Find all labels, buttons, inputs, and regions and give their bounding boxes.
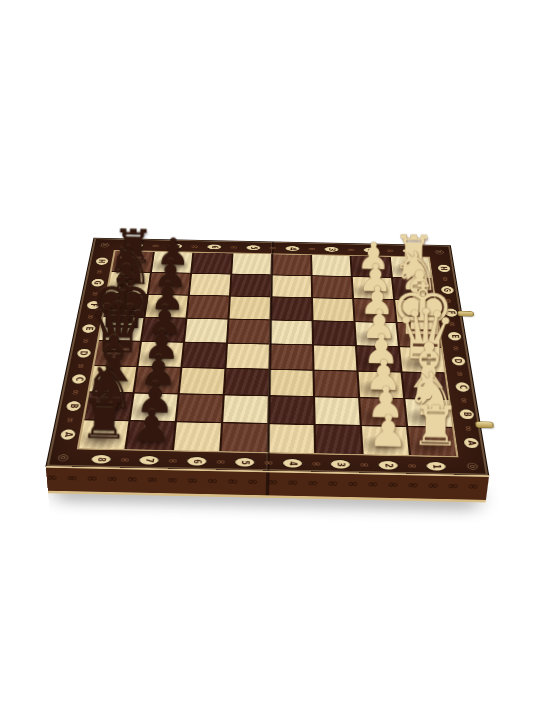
rank-label-back-3: 3 [324, 246, 340, 252]
scroll-ornament-icon: ∞ [308, 246, 316, 251]
rank-label-back-6: 6 [206, 244, 222, 250]
scroll-ornament-icon: ∞ [151, 243, 160, 248]
file-label-left-g: G [89, 278, 105, 287]
scroll-ornament-icon: ∞ [347, 247, 356, 252]
scroll-ornament-icon: ∞ [94, 269, 105, 274]
square-e6 [185, 319, 227, 343]
rank-label-front-5: 5 [234, 457, 256, 467]
piece-white-rook: ♜ [410, 398, 460, 454]
square-h5 [232, 254, 271, 275]
rank-label-back-2: 2 [363, 247, 379, 253]
chess-set: ◎ ◎ ◎ ◎ ♜♟♟♜♞♟♟♞♝♟♟♝♚♟♟♚♛♟♟♛♝♟♟♝♞♟♟♞♜♟♟♜… [68, 142, 472, 546]
scroll-ornament-icon: ∞ [440, 277, 451, 282]
square-h4 [272, 254, 310, 275]
square-h8 [112, 251, 153, 272]
piece-slot-a1: ♜ [408, 427, 460, 458]
square-h1 [391, 257, 431, 278]
piece-white-pawn: ♟ [367, 408, 407, 453]
square-g2 [353, 277, 393, 299]
rank-label-back-4: 4 [285, 246, 300, 252]
square-f4 [271, 297, 311, 320]
file-label-right-h: H [436, 264, 451, 273]
square-f7 [146, 295, 188, 318]
coord-text: 4 [288, 247, 296, 250]
coord-text: 1 [405, 249, 414, 252]
coord-text: 2 [366, 249, 374, 252]
square-e3 [313, 321, 354, 345]
coord-text: G [93, 281, 102, 285]
square-f5 [230, 297, 271, 320]
scroll-ornament-icon: ∞ [386, 248, 395, 253]
square-g7 [149, 273, 190, 295]
rank-label-back-1: 1 [402, 248, 418, 254]
scroll-ornament-icon: ∞ [269, 245, 277, 250]
square-h7 [152, 252, 192, 273]
square-f6 [188, 296, 229, 319]
square-h3 [312, 255, 351, 276]
square-e5 [228, 320, 269, 344]
coord-text: G [442, 288, 451, 292]
coord-text: 7 [171, 245, 180, 248]
corner-medallion: ◎ [426, 245, 452, 258]
coord-text: 3 [327, 248, 335, 251]
piece-slot-a7: ♟ [126, 421, 178, 452]
piece-slot-a2: ♟ [361, 426, 411, 457]
piece-black-pawn: ♟ [131, 403, 171, 448]
scroll-ornament-icon: ∞ [190, 244, 199, 249]
square-g3 [313, 276, 353, 298]
photo-canvas: ◎ ◎ ◎ ◎ ♜♟♟♜♞♟♟♞♝♟♟♝♚♟♟♚♛♟♟♛♝♟♟♝♞♟♟♞♜♟♟♜… [0, 0, 540, 720]
scroll-ornament-icon: ∞ [230, 245, 239, 250]
rank-label-back-5: 5 [246, 245, 262, 251]
file-label-right-g: G [439, 285, 455, 294]
square-f2 [354, 299, 395, 322]
coord-text: H [439, 266, 448, 270]
rank-label-back-8: 8 [128, 242, 144, 248]
file-label-left-h: H [94, 257, 109, 266]
piece-black-rook: ♜ [79, 391, 129, 447]
square-h2 [351, 256, 391, 277]
square-f3 [313, 298, 353, 321]
piece-slot-a8: ♜ [78, 420, 131, 451]
square-g4 [272, 275, 311, 297]
rank-label-back-7: 7 [167, 243, 183, 249]
coord-text: 5 [249, 246, 257, 249]
square-g5 [231, 275, 271, 297]
brass-latch [457, 311, 474, 317]
coord-text: H [97, 259, 106, 263]
chess-board: ◎ ◎ ◎ ◎ ♜♟♟♜♞♟♟♞♝♟♟♝♚♟♟♚♛♟♟♛♝♟♟♝♞♟♟♞♜♟♟♜… [45, 238, 489, 476]
coord-text: 8 [132, 244, 141, 247]
square-g6 [190, 274, 230, 296]
corner-medallion: ◎ [92, 238, 118, 251]
square-h6 [192, 253, 232, 274]
fold-seam-front [265, 472, 269, 495]
coord-text: 6 [210, 245, 218, 248]
square-e4 [271, 320, 312, 344]
